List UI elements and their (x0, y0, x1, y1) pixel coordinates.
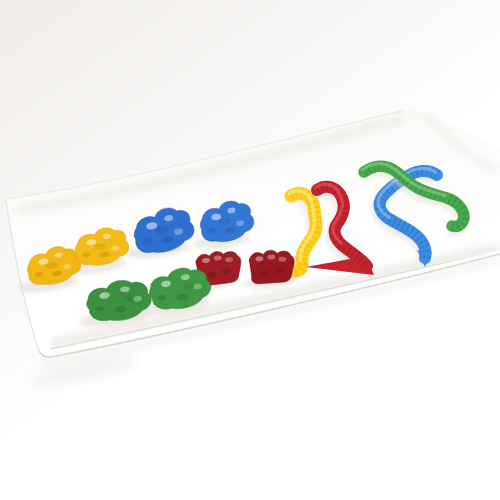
photo-svg (0, 0, 500, 500)
candy-body (248, 249, 295, 285)
gummy-candies-photo (0, 0, 500, 500)
gummy-brick-red-2 (248, 249, 295, 285)
